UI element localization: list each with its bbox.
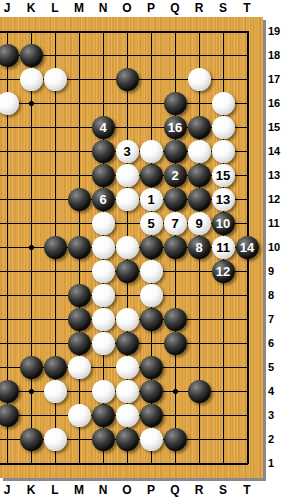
stone-N9[interactable] [92,260,115,283]
row-label-4: 4 [268,383,284,399]
stone-O12[interactable] [116,188,139,211]
stone-O10[interactable] [116,236,139,259]
stone-L4[interactable] [44,380,67,403]
column-label-top-T: T [235,1,259,16]
stone-L10[interactable] [44,236,67,259]
stone-O13[interactable] [116,164,139,187]
row-label-15: 15 [268,119,284,135]
stone-J18[interactable] [0,44,19,67]
stone-N10[interactable] [92,236,115,259]
column-label-bottom-P: P [139,483,163,498]
stone-M3[interactable] [68,404,91,427]
stone-N3[interactable] [92,404,115,427]
go-board[interactable]: 41626108141231511357911 [0,17,263,478]
stone-O9[interactable] [116,260,139,283]
row-label-17: 17 [268,71,284,87]
star-point [29,245,34,250]
stone-N4[interactable] [92,380,115,403]
numbered-stone-R11[interactable]: 9 [188,212,211,235]
row-label-3: 3 [268,407,284,423]
numbered-stone-Q11[interactable]: 7 [164,212,187,235]
column-label-top-N: N [91,1,115,16]
star-point [173,389,178,394]
stone-P8[interactable] [140,284,163,307]
stone-M8[interactable] [68,284,91,307]
row-label-1: 1 [268,455,284,471]
numbered-stone-S9[interactable]: 12 [212,260,235,283]
column-label-top-P: P [139,1,163,16]
column-label-top-R: R [187,1,211,16]
numbered-stone-S13[interactable]: 15 [212,164,235,187]
row-label-16: 16 [268,95,284,111]
stone-N11[interactable] [92,212,115,235]
row-label-9: 9 [268,263,284,279]
numbered-stone-O14[interactable]: 3 [116,140,139,163]
stone-R14[interactable] [188,140,211,163]
stone-M5[interactable] [68,356,91,379]
stone-Q2[interactable] [164,428,187,451]
column-label-bottom-Q: Q [163,483,187,498]
stone-M10[interactable] [68,236,91,259]
stone-R15[interactable] [188,116,211,139]
stone-P10[interactable] [140,236,163,259]
row-label-5: 5 [268,359,284,375]
row-label-11: 11 [268,215,284,231]
column-label-top-S: S [211,1,235,16]
numbered-stone-S11[interactable]: 10 [212,212,235,235]
stone-Q14[interactable] [164,140,187,163]
stone-M12[interactable] [68,188,91,211]
column-label-bottom-M: M [67,483,91,498]
stone-S15[interactable] [212,116,235,139]
stone-S16[interactable] [212,92,235,115]
column-label-top-J: J [0,1,19,16]
row-label-19: 19 [268,23,284,39]
stone-P7[interactable] [140,308,163,331]
numbered-stone-Q15[interactable]: 16 [164,116,187,139]
stone-O3[interactable] [116,404,139,427]
column-label-top-Q: Q [163,1,187,16]
numbered-stone-T10[interactable]: 14 [236,236,259,259]
stone-K18[interactable] [20,44,43,67]
stone-R13[interactable] [188,164,211,187]
go-diagram: 41626108141231511357911 JKLMNOPQRST JKLM… [0,0,284,500]
star-point [29,389,34,394]
stone-P13[interactable] [140,164,163,187]
row-label-12: 12 [268,191,284,207]
stone-L5[interactable] [44,356,67,379]
row-label-7: 7 [268,311,284,327]
stone-J4[interactable] [0,380,19,403]
stone-N14[interactable] [92,140,115,163]
stone-P14[interactable] [140,140,163,163]
stone-O4[interactable] [116,380,139,403]
numbered-stone-S12[interactable]: 13 [212,188,235,211]
stone-J16[interactable] [0,92,19,115]
stone-Q10[interactable] [164,236,187,259]
column-label-bottom-S: S [211,483,235,498]
stone-M7[interactable] [68,308,91,331]
stone-L2[interactable] [44,428,67,451]
stone-S14[interactable] [212,140,235,163]
numbered-stone-P11[interactable]: 5 [140,212,163,235]
stone-Q6[interactable] [164,332,187,355]
stone-N13[interactable] [92,164,115,187]
stone-N8[interactable] [92,284,115,307]
stone-O2[interactable] [116,428,139,451]
column-label-bottom-O: O [115,483,139,498]
column-label-bottom-L: L [43,483,67,498]
numbered-stone-S10[interactable]: 11 [212,236,235,259]
numbered-stone-N15[interactable]: 4 [92,116,115,139]
numbered-stone-R10[interactable]: 8 [188,236,211,259]
stone-N6[interactable] [92,332,115,355]
stone-O5[interactable] [116,356,139,379]
stone-O6[interactable] [116,332,139,355]
column-label-top-L: L [43,1,67,16]
column-label-top-K: K [19,1,43,16]
row-label-8: 8 [268,287,284,303]
row-label-6: 6 [268,335,284,351]
row-label-18: 18 [268,47,284,63]
row-label-2: 2 [268,431,284,447]
stone-O17[interactable] [116,68,139,91]
stone-M6[interactable] [68,332,91,355]
stone-P4[interactable] [140,380,163,403]
row-label-13: 13 [268,167,284,183]
stone-P5[interactable] [140,356,163,379]
star-point [29,101,34,106]
stone-L17[interactable] [44,68,67,91]
stone-R17[interactable] [188,68,211,91]
stone-P3[interactable] [140,404,163,427]
numbered-stone-Q13[interactable]: 2 [164,164,187,187]
column-label-bottom-N: N [91,483,115,498]
row-label-14: 14 [268,143,284,159]
column-label-top-O: O [115,1,139,16]
stone-N2[interactable] [92,428,115,451]
stone-J3[interactable] [0,404,19,427]
stone-P2[interactable] [140,428,163,451]
column-label-bottom-J: J [0,483,19,498]
column-label-top-M: M [67,1,91,16]
stone-O7[interactable] [116,308,139,331]
stone-Q7[interactable] [164,308,187,331]
stone-Q16[interactable] [164,92,187,115]
stone-P9[interactable] [140,260,163,283]
column-label-bottom-R: R [187,483,211,498]
stone-K2[interactable] [20,428,43,451]
stone-N7[interactable] [92,308,115,331]
stone-K17[interactable] [20,68,43,91]
numbered-stone-P12[interactable]: 1 [140,188,163,211]
stone-R4[interactable] [188,380,211,403]
stone-R12[interactable] [188,188,211,211]
column-label-bottom-T: T [235,483,259,498]
stone-K5[interactable] [20,356,43,379]
stone-Q12[interactable] [164,188,187,211]
column-label-bottom-K: K [19,483,43,498]
row-label-10: 10 [268,239,284,255]
numbered-stone-N12[interactable]: 6 [92,188,115,211]
